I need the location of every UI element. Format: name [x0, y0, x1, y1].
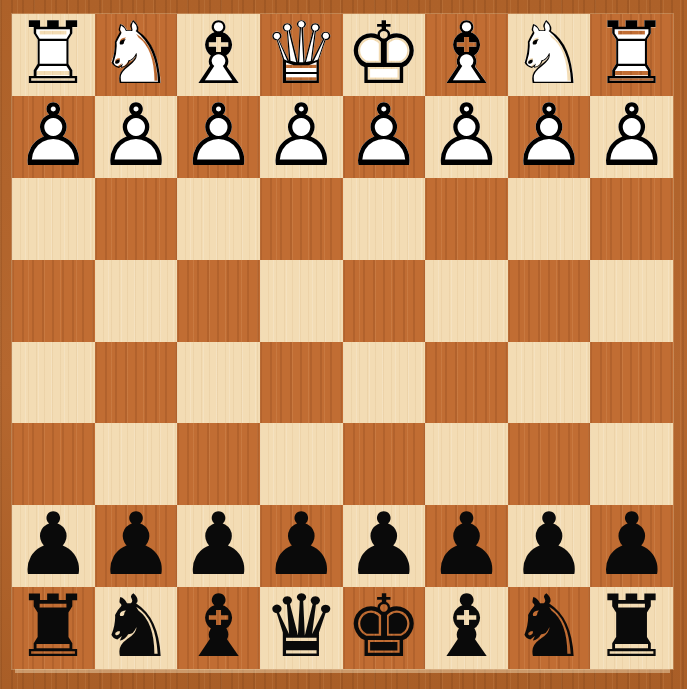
white-knight-outline-glyph: ♘	[508, 12, 591, 94]
white-pawn-glyph: ♟	[508, 94, 591, 176]
black-bishop-glyph: ♝	[177, 585, 260, 667]
black-bishop-glyph: ♝	[425, 585, 508, 667]
white-pawn[interactable]: ♟♙	[177, 96, 260, 178]
white-knight-glyph: ♞	[95, 12, 178, 94]
white-pawn[interactable]: ♟♙	[508, 96, 591, 178]
white-rook-glyph: ♜	[590, 12, 673, 94]
white-pawn-outline-glyph: ♙	[12, 94, 95, 176]
square-d1[interactable]: ♛♕	[260, 14, 343, 96]
square-g6[interactable]	[508, 423, 591, 505]
white-pawn-glyph: ♟	[95, 94, 178, 176]
black-pawn-glyph: ♟	[343, 503, 426, 585]
square-c6[interactable]	[177, 423, 260, 505]
square-c5[interactable]	[177, 342, 260, 424]
white-rook-outline-glyph: ♖	[590, 12, 673, 94]
square-e1[interactable]: ♚♔	[343, 14, 426, 96]
black-pawn-glyph: ♟	[177, 503, 260, 585]
square-e5[interactable]	[343, 342, 426, 424]
square-b3[interactable]	[95, 178, 178, 260]
white-king-glyph: ♚	[343, 12, 426, 94]
square-b6[interactable]	[95, 423, 178, 505]
black-king-glyph: ♚	[343, 585, 426, 667]
square-h8[interactable]: ♜	[590, 587, 673, 669]
white-pawn-outline-glyph: ♙	[508, 94, 591, 176]
square-b4[interactable]	[95, 260, 178, 342]
square-a3[interactable]	[12, 178, 95, 260]
square-f3[interactable]	[425, 178, 508, 260]
square-c3[interactable]	[177, 178, 260, 260]
black-pawn[interactable]: ♟	[425, 505, 508, 587]
white-king[interactable]: ♚♔	[343, 14, 426, 96]
square-c1[interactable]: ♝♗	[177, 14, 260, 96]
square-d7[interactable]: ♟	[260, 505, 343, 587]
white-pawn[interactable]: ♟♙	[343, 96, 426, 178]
black-king[interactable]: ♚	[343, 587, 426, 669]
square-a5[interactable]	[12, 342, 95, 424]
white-bishop-glyph: ♝	[425, 12, 508, 94]
white-rook-glyph: ♜	[12, 12, 95, 94]
black-bishop[interactable]: ♝	[177, 587, 260, 669]
white-pawn[interactable]: ♟♙	[95, 96, 178, 178]
square-c7[interactable]: ♟	[177, 505, 260, 587]
square-a8[interactable]: ♜	[12, 587, 95, 669]
square-g1[interactable]: ♞♘	[508, 14, 591, 96]
square-e2[interactable]: ♟♙	[343, 96, 426, 178]
white-bishop-glyph: ♝	[177, 12, 260, 94]
square-f6[interactable]	[425, 423, 508, 505]
white-pawn-glyph: ♟	[260, 94, 343, 176]
square-a4[interactable]	[12, 260, 95, 342]
black-pawn-glyph: ♟	[260, 503, 343, 585]
square-e7[interactable]: ♟	[343, 505, 426, 587]
square-h1[interactable]: ♜♖	[590, 14, 673, 96]
black-pawn-glyph: ♟	[12, 503, 95, 585]
square-a1[interactable]: ♜♖	[12, 14, 95, 96]
white-rook[interactable]: ♜♖	[590, 14, 673, 96]
square-e6[interactable]	[343, 423, 426, 505]
white-pawn[interactable]: ♟♙	[425, 96, 508, 178]
black-pawn-glyph: ♟	[95, 503, 178, 585]
square-e3[interactable]	[343, 178, 426, 260]
black-queen-glyph: ♛	[260, 585, 343, 667]
white-knight-outline-glyph: ♘	[95, 12, 178, 94]
chess-app: ♜♖♞♘♝♗♛♕♚♔♝♗♞♘♜♖♟♙♟♙♟♙♟♙♟♙♟♙♟♙♟♙♟♟♟♟♟♟♟♟…	[0, 0, 687, 689]
white-knight[interactable]: ♞♘	[95, 14, 178, 96]
black-pawn-glyph: ♟	[425, 503, 508, 585]
square-b8[interactable]: ♞	[95, 587, 178, 669]
white-pawn-outline-glyph: ♙	[260, 94, 343, 176]
white-queen-glyph: ♛	[260, 12, 343, 94]
white-pawn-outline-glyph: ♙	[95, 94, 178, 176]
square-h6[interactable]	[590, 423, 673, 505]
white-pawn[interactable]: ♟♙	[12, 96, 95, 178]
square-g8[interactable]: ♞	[508, 587, 591, 669]
square-h4[interactable]	[590, 260, 673, 342]
square-c8[interactable]: ♝	[177, 587, 260, 669]
square-f7[interactable]: ♟	[425, 505, 508, 587]
square-d5[interactable]	[260, 342, 343, 424]
square-e4[interactable]	[343, 260, 426, 342]
black-pawn-glyph: ♟	[590, 503, 673, 585]
square-d3[interactable]	[260, 178, 343, 260]
black-knight-glyph: ♞	[95, 585, 178, 667]
white-knight[interactable]: ♞♘	[508, 14, 591, 96]
square-b2[interactable]: ♟♙	[95, 96, 178, 178]
white-queen-outline-glyph: ♕	[260, 12, 343, 94]
square-b5[interactable]	[95, 342, 178, 424]
square-e8[interactable]: ♚	[343, 587, 426, 669]
black-pawn[interactable]: ♟	[95, 505, 178, 587]
square-f2[interactable]: ♟♙	[425, 96, 508, 178]
black-rook[interactable]: ♜	[590, 587, 673, 669]
square-c2[interactable]: ♟♙	[177, 96, 260, 178]
square-g5[interactable]	[508, 342, 591, 424]
white-knight-glyph: ♞	[508, 12, 591, 94]
white-pawn-glyph: ♟	[425, 94, 508, 176]
white-pawn-outline-glyph: ♙	[343, 94, 426, 176]
square-h5[interactable]	[590, 342, 673, 424]
square-g3[interactable]	[508, 178, 591, 260]
square-d2[interactable]: ♟♙	[260, 96, 343, 178]
square-b7[interactable]: ♟	[95, 505, 178, 587]
white-pawn-outline-glyph: ♙	[590, 94, 673, 176]
square-f4[interactable]	[425, 260, 508, 342]
square-f5[interactable]	[425, 342, 508, 424]
black-bishop[interactable]: ♝	[425, 587, 508, 669]
white-rook[interactable]: ♜♖	[12, 14, 95, 96]
square-g2[interactable]: ♟♙	[508, 96, 591, 178]
square-g4[interactable]	[508, 260, 591, 342]
square-a7[interactable]: ♟	[12, 505, 95, 587]
square-d6[interactable]	[260, 423, 343, 505]
white-bishop[interactable]: ♝♗	[177, 14, 260, 96]
black-pawn[interactable]: ♟	[177, 505, 260, 587]
square-f1[interactable]: ♝♗	[425, 14, 508, 96]
white-pawn-glyph: ♟	[12, 94, 95, 176]
square-d8[interactable]: ♛	[260, 587, 343, 669]
square-h2[interactable]: ♟♙	[590, 96, 673, 178]
white-pawn-glyph: ♟	[590, 94, 673, 176]
square-f8[interactable]: ♝	[425, 587, 508, 669]
chess-board: ♜♖♞♘♝♗♛♕♚♔♝♗♞♘♜♖♟♙♟♙♟♙♟♙♟♙♟♙♟♙♟♙♟♟♟♟♟♟♟♟…	[12, 14, 673, 669]
square-d4[interactable]	[260, 260, 343, 342]
white-rook-outline-glyph: ♖	[12, 12, 95, 94]
black-pawn[interactable]: ♟	[12, 505, 95, 587]
black-rook-glyph: ♜	[12, 585, 95, 667]
black-rook[interactable]: ♜	[12, 587, 95, 669]
white-pawn-glyph: ♟	[177, 94, 260, 176]
square-h3[interactable]	[590, 178, 673, 260]
black-knight[interactable]: ♞	[508, 587, 591, 669]
black-knight[interactable]: ♞	[95, 587, 178, 669]
black-rook-glyph: ♜	[590, 585, 673, 667]
white-pawn[interactable]: ♟♙	[590, 96, 673, 178]
white-bishop-outline-glyph: ♗	[425, 12, 508, 94]
square-a6[interactable]	[12, 423, 95, 505]
board-frame: ♜♖♞♘♝♗♛♕♚♔♝♗♞♘♜♖♟♙♟♙♟♙♟♙♟♙♟♙♟♙♟♙♟♟♟♟♟♟♟♟…	[0, 0, 687, 689]
black-queen[interactable]: ♛	[260, 587, 343, 669]
white-pawn-outline-glyph: ♙	[177, 94, 260, 176]
square-b1[interactable]: ♞♘	[95, 14, 178, 96]
white-pawn[interactable]: ♟♙	[260, 96, 343, 178]
white-queen[interactable]: ♛♕	[260, 14, 343, 96]
white-pawn-outline-glyph: ♙	[425, 94, 508, 176]
black-knight-glyph: ♞	[508, 585, 591, 667]
black-pawn[interactable]: ♟	[260, 505, 343, 587]
square-g7[interactable]: ♟	[508, 505, 591, 587]
white-bishop[interactable]: ♝♗	[425, 14, 508, 96]
square-a2[interactable]: ♟♙	[12, 96, 95, 178]
white-pawn-glyph: ♟	[343, 94, 426, 176]
square-c4[interactable]	[177, 260, 260, 342]
black-pawn[interactable]: ♟	[590, 505, 673, 587]
black-pawn-glyph: ♟	[508, 503, 591, 585]
black-pawn[interactable]: ♟	[343, 505, 426, 587]
white-king-outline-glyph: ♔	[343, 12, 426, 94]
white-bishop-outline-glyph: ♗	[177, 12, 260, 94]
black-pawn[interactable]: ♟	[508, 505, 591, 587]
square-h7[interactable]: ♟	[590, 505, 673, 587]
